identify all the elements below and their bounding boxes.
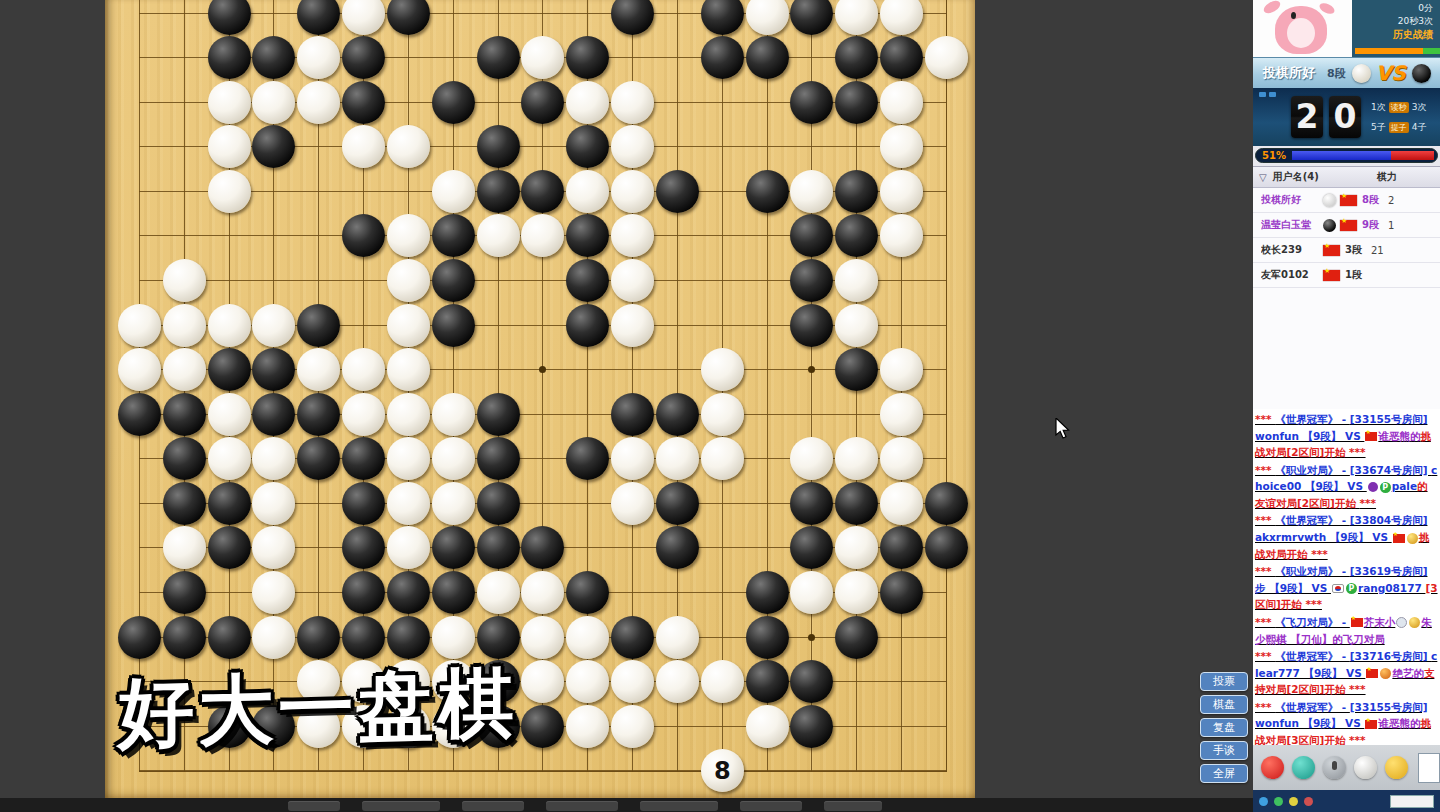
white-stone [163, 304, 206, 347]
versus-row: 投棋所好 8段 VS [1253, 57, 1440, 88]
white-stone [208, 125, 251, 168]
white-stone [521, 36, 564, 79]
black-stone [790, 304, 833, 347]
chat-text: 《职业对局》 - [1275, 565, 1350, 577]
side-button-投票[interactable]: 投票 [1200, 672, 1248, 691]
black-stone [387, 571, 430, 614]
white-stone [656, 437, 699, 480]
white-stone [746, 0, 789, 35]
time-settings: 0分 20秒3次 历史战绩 [1355, 2, 1438, 41]
white-stone [880, 437, 923, 480]
white-stone [611, 214, 654, 257]
white-stone [701, 348, 744, 391]
user-rank: 8段 [1362, 193, 1388, 207]
chat-text: *** [1255, 650, 1275, 662]
white-stone [835, 0, 878, 35]
black-stone [163, 571, 206, 614]
white-stone [118, 304, 161, 347]
black-stone [163, 437, 206, 480]
p-icon [1380, 482, 1391, 493]
player-name: 投棋所好 [1263, 64, 1315, 82]
app-window: 8 好大一盘棋 投票棋盘复盘手谈全屏 0分 20秒3次 历史战绩 投棋所好 8段 [0, 0, 1440, 812]
black-stone [656, 393, 699, 436]
chat-text: rang08177 [1358, 582, 1425, 594]
black-stone [477, 437, 520, 480]
black-stone [387, 616, 430, 659]
user-row[interactable]: 投棋所好8段2 [1253, 188, 1440, 213]
captures-row: 5子 提子 4子 [1371, 120, 1437, 134]
user-row[interactable]: 友军01021段 [1253, 263, 1440, 288]
black-stone [880, 526, 923, 569]
broadcast-icon[interactable] [1261, 756, 1284, 779]
white-stone [521, 571, 564, 614]
black-stone [835, 36, 878, 79]
chat-text: 谁恶熊的 [1378, 430, 1420, 442]
user-score: 21 [1371, 245, 1384, 256]
black-stone [790, 81, 833, 124]
white-stone [566, 170, 609, 213]
white-stone [790, 437, 833, 480]
black-stone [835, 616, 878, 659]
star-point [808, 366, 815, 373]
chat-message[interactable]: *** 《职业对局》 - [33619号房间] 步 【9段】 VS rang08… [1255, 563, 1438, 613]
video-icon[interactable] [1292, 756, 1315, 779]
black-stone-icon [1412, 64, 1431, 83]
player-rank: 8段 [1327, 66, 1346, 81]
side-button-全屏[interactable]: 全屏 [1200, 764, 1248, 783]
toolbar-button[interactable] [640, 801, 718, 811]
white-stone [342, 125, 385, 168]
black-stone [432, 571, 475, 614]
white-stone [790, 170, 833, 213]
black-stone [432, 81, 475, 124]
white-stone [477, 571, 520, 614]
china-flag-icon [1323, 270, 1340, 281]
white-stone [252, 437, 295, 480]
china-flag-icon [1340, 220, 1357, 231]
chat-text: 步 【9段】 VS [1255, 582, 1331, 594]
white-stone [163, 526, 206, 569]
black-stone [432, 526, 475, 569]
black-stone [477, 170, 520, 213]
chat-message[interactable]: *** 《职业对局》 - [33674号房间] choice00 【9段】 VS… [1255, 462, 1438, 512]
status-icon-green[interactable] [1274, 797, 1283, 806]
white-stone [880, 0, 923, 35]
star-point [539, 366, 546, 373]
dot-icon [1368, 482, 1378, 492]
chat-message[interactable]: *** 《世界冠军》 - [33716号房间] clear777 【9段】 VS… [1255, 648, 1438, 698]
user-name: 友军0102 [1261, 268, 1323, 282]
white-stone [611, 705, 654, 748]
chat-text: *** [1255, 514, 1275, 526]
white-stone [611, 660, 654, 703]
chat-text: *** [1255, 616, 1275, 628]
toolbar-button[interactable] [288, 801, 340, 811]
mouse-cursor [1055, 418, 1072, 442]
white-stone [342, 0, 385, 35]
black-stone [342, 526, 385, 569]
black-stone [790, 0, 833, 35]
white-stone [611, 125, 654, 168]
white-stone [342, 393, 385, 436]
white-stone [387, 348, 430, 391]
chat-text: *** [1360, 497, 1376, 509]
black-stone [746, 660, 789, 703]
white-stone [746, 705, 789, 748]
black-stone [118, 616, 161, 659]
white-stone [880, 348, 923, 391]
board-side-buttons: 投票棋盘复盘手谈全屏 [1200, 672, 1250, 787]
white-stone [387, 259, 430, 302]
white-stone [611, 259, 654, 302]
chat-message[interactable]: *** 《飞刀对局》 - 芥末小朱少熙棋 【刀仙】的飞刀对局 [1255, 614, 1438, 647]
white-stone [880, 125, 923, 168]
white-stone [566, 81, 609, 124]
black-stone [566, 214, 609, 257]
black-stone [163, 616, 206, 659]
white-stone [656, 616, 699, 659]
clock-digit: 0 [1329, 96, 1361, 138]
black-stone [611, 0, 654, 35]
white-stone [701, 393, 744, 436]
black-stone [477, 482, 520, 525]
white-stone [208, 170, 251, 213]
black-stone [432, 304, 475, 347]
white-stone [252, 526, 295, 569]
white-stone [835, 526, 878, 569]
chat-input[interactable] [1418, 753, 1440, 783]
clock-mini-icons [1259, 92, 1285, 98]
white-stone [611, 81, 654, 124]
black-stone [566, 304, 609, 347]
black-stone [835, 482, 878, 525]
sidebar-status-bar [1253, 790, 1440, 812]
cn-icon [1393, 534, 1405, 543]
chat-text: 《世界冠军》 - [1275, 650, 1350, 662]
black-stone [342, 571, 385, 614]
white-stone [880, 482, 923, 525]
black-stone [566, 437, 609, 480]
chat-message-list[interactable]: *** 《世界冠军》 - [33155号房间] wonfun 【9段】 VS 谁… [1253, 409, 1440, 745]
black-stone [746, 170, 789, 213]
black-stone [252, 393, 295, 436]
white-stone [163, 259, 206, 302]
winrate-blue-segment [1292, 151, 1392, 160]
black-stone [387, 0, 430, 35]
black-stone [252, 125, 295, 168]
player-avatar[interactable] [1253, 0, 1352, 57]
stone-3d-icon[interactable] [1354, 756, 1377, 779]
byoyomi-row: 1次 读秒 3次 [1371, 100, 1437, 114]
user-rank: 3段 [1345, 243, 1371, 257]
white-stone [252, 571, 295, 614]
side-button-手谈[interactable]: 手谈 [1200, 741, 1248, 760]
history-bar [1355, 48, 1440, 54]
tiger-icon [1380, 668, 1391, 679]
status-icon-blue[interactable] [1259, 797, 1268, 806]
white-stone [790, 571, 833, 614]
username-column-header: 用户名(4) [1273, 170, 1319, 184]
black-stone [297, 393, 340, 436]
black-stone [611, 616, 654, 659]
toolbar-button[interactable] [362, 801, 440, 811]
black-stone [925, 526, 968, 569]
chat-text: [33804号房间] [1350, 514, 1428, 526]
black-stone [342, 616, 385, 659]
winrate-percent: 51% [1256, 150, 1292, 161]
chat-text: [33619号房间] [1350, 565, 1428, 577]
chat-text: 《世界冠军》 - [1275, 701, 1350, 713]
black-stone [925, 482, 968, 525]
black-stone [746, 571, 789, 614]
black-stone [566, 571, 609, 614]
user-rank: 1段 [1345, 268, 1371, 282]
white-stone [611, 482, 654, 525]
black-stone [477, 526, 520, 569]
black-stone [701, 36, 744, 79]
kr-icon [1332, 584, 1344, 593]
black-stone [701, 0, 744, 35]
user-name: 投棋所好 [1261, 193, 1323, 207]
user-list: ▽ 用户名(4) 棋力 投棋所好8段2温莹白玉堂9段1校长2393段21友军01… [1253, 166, 1440, 409]
chat-text: *** [1255, 413, 1275, 425]
black-stone [521, 705, 564, 748]
black-stone [208, 348, 251, 391]
white-stone [521, 660, 564, 703]
chat-message[interactable]: *** 《世界冠军》 - [33804号房间] akxrmrvwth 【9段】 … [1255, 512, 1438, 562]
user-name: 校长239 [1261, 243, 1323, 257]
white-stone [566, 705, 609, 748]
black-stone [208, 482, 251, 525]
white-stone [208, 393, 251, 436]
white-stone [656, 660, 699, 703]
black-stone [208, 0, 251, 35]
black-stone [477, 393, 520, 436]
chat-text: [33674号房间] [1350, 464, 1431, 476]
china-flag-icon [1323, 245, 1340, 256]
black-stone [208, 616, 251, 659]
white-stone [521, 616, 564, 659]
white-stone [252, 304, 295, 347]
chat-text: 绝艺的 [1392, 667, 1424, 679]
black-stone [163, 393, 206, 436]
sidebar-top-panel: 0分 20秒3次 历史战绩 [1253, 0, 1440, 57]
toolbar-button[interactable] [462, 801, 524, 811]
user-name: 温莹白玉堂 [1261, 218, 1323, 232]
user-rank: 9段 [1362, 218, 1388, 232]
white-stone [432, 170, 475, 213]
black-stone [790, 660, 833, 703]
white-stone [835, 571, 878, 614]
chat-text: 《世界冠军》 - [1275, 413, 1350, 425]
white-stone [432, 616, 475, 659]
black-stone [835, 170, 878, 213]
wiz-icon [1396, 617, 1407, 628]
white-stone [880, 170, 923, 213]
black-stone [566, 36, 609, 79]
china-flag-icon [1340, 195, 1357, 206]
white-stone [208, 304, 251, 347]
history-record-label: 历史战绩 [1355, 28, 1433, 41]
white-stone [387, 125, 430, 168]
black-stone [477, 36, 520, 79]
chat-text: [33155号房间] [1350, 701, 1428, 713]
white-stone [297, 81, 340, 124]
black-stone [208, 526, 251, 569]
white-stone [611, 170, 654, 213]
vs-label: VS [1376, 61, 1406, 85]
black-stone [432, 259, 475, 302]
black-stone [342, 214, 385, 257]
white-stone [432, 482, 475, 525]
white-stone [521, 214, 564, 257]
cn-icon [1351, 618, 1363, 627]
cn-icon [1365, 432, 1377, 441]
white-stone [252, 616, 295, 659]
status-icon-red[interactable] [1304, 797, 1313, 806]
chat-text: *** [1255, 701, 1275, 713]
white-stone [297, 36, 340, 79]
clock-digit: 2 [1291, 96, 1323, 138]
white-stone [208, 81, 251, 124]
chat-text: *** [1255, 464, 1275, 476]
user-list-header: ▽ 用户名(4) 棋力 [1253, 167, 1440, 188]
black-stone [566, 125, 609, 168]
rank-column-header: 棋力 [1377, 170, 1397, 184]
white-stone [925, 36, 968, 79]
chat-text: akxrmrvwth 【9段】 VS [1255, 531, 1392, 543]
game-clock-panel: 2 0 1次 读秒 3次 5子 提子 4子 [1253, 88, 1440, 146]
chat-text: wonfun 【9段】 VS [1255, 717, 1364, 729]
black-stone [297, 437, 340, 480]
chat-message[interactable]: *** 《世界冠军》 - [33155号房间] wonfun 【9段】 VS 谁… [1255, 411, 1438, 461]
winrate-red-segment [1391, 151, 1434, 160]
black-stone [342, 482, 385, 525]
white-stone [297, 348, 340, 391]
white-stone [566, 660, 609, 703]
winrate-bar: 51% [1255, 148, 1438, 163]
black-stone [252, 348, 295, 391]
gold-icon [1407, 533, 1418, 544]
black-stone [835, 214, 878, 257]
bottom-toolbar [0, 798, 1253, 812]
white-stone [566, 616, 609, 659]
white-stone [163, 348, 206, 391]
black-stone [297, 616, 340, 659]
white-stone [118, 348, 161, 391]
chat-text: 芥末小 [1364, 616, 1396, 628]
black-stone [521, 170, 564, 213]
white-stone [387, 304, 430, 347]
black-stone [790, 705, 833, 748]
black-stone [835, 81, 878, 124]
toolbar-button[interactable] [824, 801, 882, 811]
black-stone [342, 437, 385, 480]
chat-text: 《职业对局》 - [1275, 464, 1350, 476]
white-stone [432, 437, 475, 480]
black-stone [835, 348, 878, 391]
black-stone [208, 36, 251, 79]
user-row[interactable]: 温莹白玉堂9段1 [1253, 213, 1440, 238]
white-stone [342, 348, 385, 391]
chat-text: 谁恶熊的 [1378, 717, 1420, 729]
microphone-icon[interactable] [1323, 756, 1346, 779]
sidebar: 0分 20秒3次 历史战绩 投棋所好 8段 VS 2 0 1次 读秒 3次 5子 [1253, 0, 1440, 812]
black-stone [163, 482, 206, 525]
white-stone [387, 437, 430, 480]
toolbar-button[interactable] [546, 801, 618, 811]
chat-text: *** [1255, 565, 1275, 577]
side-button-复盘[interactable]: 复盘 [1200, 718, 1248, 737]
gold-icon [1409, 617, 1420, 628]
captures-badge: 提子 [1389, 122, 1409, 133]
white-stone [835, 304, 878, 347]
chat-message[interactable]: *** 《世界冠军》 - [33155号房间] wonfun 【9段】 VS 谁… [1255, 699, 1438, 745]
white-stone [701, 437, 744, 480]
black-stone [342, 81, 385, 124]
black-stone [790, 214, 833, 257]
toolbar-button[interactable] [740, 801, 802, 811]
user-row[interactable]: 校长2393段21 [1253, 238, 1440, 263]
black-stone [432, 214, 475, 257]
white-stone-icon [1352, 64, 1371, 83]
chat-text: wonfun 【9段】 VS [1255, 430, 1364, 442]
side-button-棋盘[interactable]: 棋盘 [1200, 695, 1248, 714]
cn-icon [1366, 669, 1378, 678]
white-stone [387, 393, 430, 436]
chat-toolbar [1253, 745, 1440, 790]
star-point [808, 634, 815, 641]
black-stone [746, 616, 789, 659]
black-stone [656, 482, 699, 525]
main-time: 0分 [1355, 2, 1433, 15]
black-stone [656, 170, 699, 213]
white-stone [880, 214, 923, 257]
black-stone [880, 571, 923, 614]
user-score: 2 [1388, 195, 1394, 206]
watermark-caption: 好大一盘棋 [118, 653, 518, 766]
black-stone [252, 36, 295, 79]
white-stone [701, 660, 744, 703]
chat-text: 《飞刀对局》 - [1275, 616, 1350, 628]
white-stone [432, 393, 475, 436]
white-stone [387, 526, 430, 569]
white-stone [880, 393, 923, 436]
status-icon-yellow[interactable] [1289, 797, 1298, 806]
chat-text: [33155号房间] [1350, 413, 1428, 425]
white-stone [387, 482, 430, 525]
status-input-box[interactable] [1390, 795, 1434, 808]
black-stone [790, 259, 833, 302]
black-stone [342, 36, 385, 79]
black-stone [746, 36, 789, 79]
black-stone [790, 482, 833, 525]
chat-text: pale [1392, 480, 1417, 492]
byoyomi-setting: 20秒3次 [1355, 15, 1433, 28]
black-stone [880, 36, 923, 79]
chat-text: 《世界冠军》 - [1275, 514, 1350, 526]
black-stone [297, 304, 340, 347]
white-stone [477, 214, 520, 257]
black-stone-icon [1323, 219, 1336, 232]
byoyomi-badge: 读秒 [1389, 102, 1409, 113]
filter-icon[interactable]: ▽ [1259, 172, 1267, 183]
white-stone [611, 437, 654, 480]
black-stone [118, 393, 161, 436]
white-stone [252, 81, 295, 124]
white-stone [835, 259, 878, 302]
emoji-icon[interactable] [1385, 756, 1408, 779]
